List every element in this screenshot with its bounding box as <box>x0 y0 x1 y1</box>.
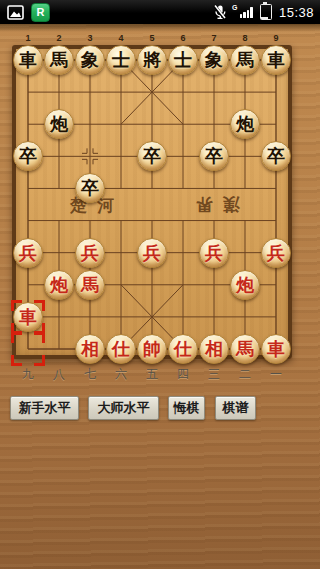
red-piece[interactable]: 兵 <box>199 238 229 268</box>
black-piece[interactable]: 士 <box>168 45 198 75</box>
black-piece[interactable]: 象 <box>75 45 105 75</box>
piece-character: 炮 <box>236 115 254 133</box>
status-bar-right: G 15:38 <box>212 4 320 20</box>
piece-character: 仕 <box>174 339 192 357</box>
red-piece[interactable]: 帥 <box>137 334 167 364</box>
battery-icon <box>260 4 272 20</box>
piece-character: 將 <box>143 51 161 69</box>
network-type-label: G <box>232 4 237 11</box>
piece-character: 帥 <box>143 339 161 357</box>
piece-character: 卒 <box>205 147 223 165</box>
red-piece[interactable]: 車 <box>261 334 291 364</box>
red-piece[interactable]: 相 <box>199 334 229 364</box>
piece-character: 士 <box>112 51 130 69</box>
piece-character: 卒 <box>143 147 161 165</box>
red-piece[interactable]: 兵 <box>75 238 105 268</box>
piece-character: 馬 <box>50 51 68 69</box>
black-piece[interactable]: 車 <box>261 45 291 75</box>
piece-character: 馬 <box>236 339 254 357</box>
android-status-bar: R G 15:38 <box>0 0 320 24</box>
piece-character: 卒 <box>267 147 285 165</box>
piece-character: 兵 <box>205 243 223 261</box>
piece-character: 卒 <box>81 179 99 197</box>
black-piece[interactable]: 馬 <box>230 45 260 75</box>
app-r-icon: R <box>31 3 50 22</box>
piece-character: 車 <box>19 51 37 69</box>
black-piece[interactable]: 將 <box>137 45 167 75</box>
piece-character: 車 <box>267 339 285 357</box>
red-piece[interactable]: 車 <box>13 302 43 332</box>
xiangqi-app-screen: R G 15:38 楚河 漢界 123456789九八七六五四三二一 <box>0 0 320 569</box>
mic-muted-icon <box>212 4 227 20</box>
red-piece[interactable]: 仕 <box>106 334 136 364</box>
game-record-button[interactable]: 棋谱 <box>215 396 256 420</box>
black-piece[interactable]: 象 <box>199 45 229 75</box>
piece-character: 兵 <box>19 243 37 261</box>
novice-level-button[interactable]: 新手水平 <box>10 396 79 420</box>
piece-character: 兵 <box>81 243 99 261</box>
piece-character: 相 <box>205 339 223 357</box>
red-piece[interactable]: 相 <box>75 334 105 364</box>
red-piece[interactable]: 兵 <box>137 238 167 268</box>
red-piece[interactable]: 兵 <box>13 238 43 268</box>
piece-character: 仕 <box>112 339 130 357</box>
piece-character: 卒 <box>19 147 37 165</box>
piece-character: 兵 <box>267 243 285 261</box>
red-piece[interactable]: 仕 <box>168 334 198 364</box>
red-piece[interactable]: 兵 <box>261 238 291 268</box>
undo-move-button[interactable]: 悔棋 <box>168 396 205 420</box>
signal-bars-icon: G <box>232 6 253 18</box>
piece-character: 相 <box>81 339 99 357</box>
master-level-button[interactable]: 大师水平 <box>88 396 159 420</box>
red-piece[interactable]: 馬 <box>75 270 105 300</box>
piece-character: 炮 <box>50 275 68 293</box>
status-bar-left: R <box>0 3 50 22</box>
black-piece[interactable]: 士 <box>106 45 136 75</box>
piece-character: 象 <box>205 51 223 69</box>
piece-character: 炮 <box>236 275 254 293</box>
black-piece[interactable]: 車 <box>13 45 43 75</box>
piece-character: 車 <box>267 51 285 69</box>
piece-character: 馬 <box>236 51 254 69</box>
piece-character: 車 <box>19 307 37 325</box>
black-piece[interactable]: 馬 <box>44 45 74 75</box>
red-piece[interactable]: 炮 <box>230 270 260 300</box>
clock-time: 15:38 <box>279 5 314 20</box>
piece-character: 炮 <box>50 115 68 133</box>
piece-character: 士 <box>174 51 192 69</box>
piece-character: 兵 <box>143 243 161 261</box>
piece-character: 象 <box>81 51 99 69</box>
red-piece[interactable]: 馬 <box>230 334 260 364</box>
gallery-icon <box>7 5 24 20</box>
xiangqi-board[interactable] <box>12 45 292 359</box>
piece-character: 馬 <box>81 275 99 293</box>
red-piece[interactable]: 炮 <box>44 270 74 300</box>
